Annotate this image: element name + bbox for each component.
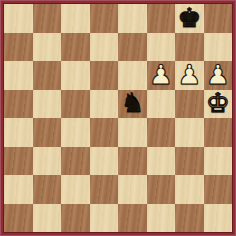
- square-e8[interactable]: [118, 4, 147, 33]
- piece-white-pawn[interactable]: ♟: [149, 61, 173, 88]
- square-a8[interactable]: [4, 4, 33, 33]
- square-b8[interactable]: [33, 4, 62, 33]
- square-c1[interactable]: [61, 204, 90, 233]
- square-h8[interactable]: [204, 4, 233, 33]
- square-d2[interactable]: [90, 175, 119, 204]
- square-e4[interactable]: [118, 118, 147, 147]
- square-c5[interactable]: [61, 90, 90, 119]
- piece-black-king[interactable]: ♚: [177, 4, 201, 31]
- square-h4[interactable]: [204, 118, 233, 147]
- square-f6[interactable]: ♟: [147, 61, 176, 90]
- square-d5[interactable]: [90, 90, 119, 119]
- square-a4[interactable]: [4, 118, 33, 147]
- square-b1[interactable]: [33, 204, 62, 233]
- square-f7[interactable]: [147, 33, 176, 62]
- square-b7[interactable]: [33, 33, 62, 62]
- square-f5[interactable]: [147, 90, 176, 119]
- square-f3[interactable]: [147, 147, 176, 176]
- square-f4[interactable]: [147, 118, 176, 147]
- square-g1[interactable]: [175, 204, 204, 233]
- square-d7[interactable]: [90, 33, 119, 62]
- square-a7[interactable]: [4, 33, 33, 62]
- square-g4[interactable]: [175, 118, 204, 147]
- square-e2[interactable]: [118, 175, 147, 204]
- square-a3[interactable]: [4, 147, 33, 176]
- square-a6[interactable]: [4, 61, 33, 90]
- piece-white-pawn[interactable]: ♟: [206, 61, 230, 88]
- square-f8[interactable]: [147, 4, 176, 33]
- square-e1[interactable]: [118, 204, 147, 233]
- square-f1[interactable]: [147, 204, 176, 233]
- piece-white-king[interactable]: ♚: [206, 90, 230, 117]
- square-b5[interactable]: [33, 90, 62, 119]
- square-b4[interactable]: [33, 118, 62, 147]
- square-c6[interactable]: [61, 61, 90, 90]
- square-h5[interactable]: ♚: [204, 90, 233, 119]
- chess-board: ♚♟♟♟♞♚: [4, 4, 232, 232]
- square-a1[interactable]: [4, 204, 33, 233]
- square-e5[interactable]: ♞: [118, 90, 147, 119]
- square-b2[interactable]: [33, 175, 62, 204]
- square-d8[interactable]: [90, 4, 119, 33]
- square-c2[interactable]: [61, 175, 90, 204]
- square-g5[interactable]: [175, 90, 204, 119]
- square-c7[interactable]: [61, 33, 90, 62]
- square-b6[interactable]: [33, 61, 62, 90]
- square-h7[interactable]: [204, 33, 233, 62]
- square-d6[interactable]: [90, 61, 119, 90]
- piece-black-knight[interactable]: ♞: [120, 90, 144, 117]
- square-h6[interactable]: ♟: [204, 61, 233, 90]
- chess-board-frame: ♚♟♟♟♞♚: [0, 0, 236, 236]
- square-h1[interactable]: [204, 204, 233, 233]
- square-e3[interactable]: [118, 147, 147, 176]
- square-f2[interactable]: [147, 175, 176, 204]
- square-e7[interactable]: [118, 33, 147, 62]
- piece-white-pawn[interactable]: ♟: [177, 61, 201, 88]
- square-g3[interactable]: [175, 147, 204, 176]
- square-g8[interactable]: ♚: [175, 4, 204, 33]
- square-b3[interactable]: [33, 147, 62, 176]
- square-c3[interactable]: [61, 147, 90, 176]
- square-g7[interactable]: [175, 33, 204, 62]
- square-e6[interactable]: [118, 61, 147, 90]
- square-h3[interactable]: [204, 147, 233, 176]
- square-g6[interactable]: ♟: [175, 61, 204, 90]
- square-c8[interactable]: [61, 4, 90, 33]
- square-c4[interactable]: [61, 118, 90, 147]
- square-h2[interactable]: [204, 175, 233, 204]
- square-g2[interactable]: [175, 175, 204, 204]
- square-d4[interactable]: [90, 118, 119, 147]
- square-d1[interactable]: [90, 204, 119, 233]
- square-a5[interactable]: [4, 90, 33, 119]
- square-d3[interactable]: [90, 147, 119, 176]
- square-a2[interactable]: [4, 175, 33, 204]
